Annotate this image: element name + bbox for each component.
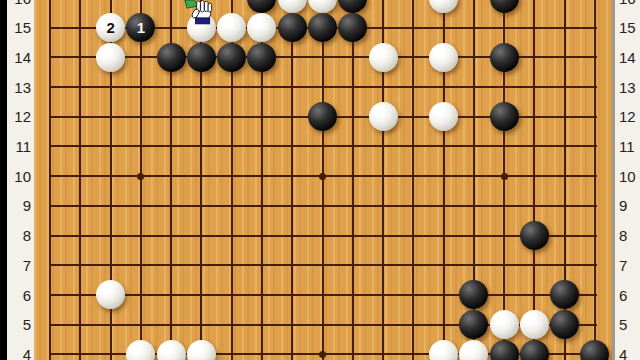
- row-label-right-13: 13: [615, 78, 640, 98]
- board-grid: 21: [35, 0, 610, 360]
- black-stone: [459, 310, 488, 339]
- star-point: [501, 173, 508, 180]
- black-stone: [490, 0, 519, 13]
- black-stone: [550, 310, 579, 339]
- white-stone: [459, 340, 488, 360]
- white-stone: [247, 13, 276, 42]
- row-label-left-6: 6: [7, 286, 34, 306]
- black-stone: [308, 13, 337, 42]
- black-stone: [580, 340, 609, 360]
- white-stone: [429, 0, 458, 13]
- window-left-border: [0, 0, 7, 360]
- black-stone: [187, 43, 216, 72]
- white-stone: [126, 340, 155, 360]
- move-2-stone: 2: [96, 13, 125, 42]
- white-stone: [308, 0, 337, 13]
- black-stone: [490, 43, 519, 72]
- white-stone: [429, 340, 458, 360]
- white-stone: [96, 280, 125, 309]
- go-board[interactable]: 21: [34, 0, 612, 360]
- white-stone: [217, 13, 246, 42]
- row-label-right-6: 6: [615, 286, 640, 306]
- row-label-right-4: 4: [615, 345, 640, 360]
- white-stone: [187, 13, 216, 42]
- star-point: [319, 351, 326, 358]
- row-label-right-16: 16: [615, 0, 640, 9]
- row-label-right-5: 5: [615, 315, 640, 335]
- black-stone: [157, 43, 186, 72]
- row-label-left-10: 10: [7, 167, 34, 187]
- row-label-left-5: 5: [7, 315, 34, 335]
- row-label-left-8: 8: [7, 226, 34, 246]
- black-stone: [520, 340, 549, 360]
- black-stone: [490, 102, 519, 131]
- row-label-right-8: 8: [615, 226, 640, 246]
- row-label-left-12: 12: [7, 107, 34, 127]
- white-stone: [369, 102, 398, 131]
- white-stone: [187, 340, 216, 360]
- row-label-left-11: 11: [7, 137, 34, 157]
- black-stone: [278, 13, 307, 42]
- white-stone: [429, 102, 458, 131]
- row-label-right-14: 14: [615, 48, 640, 68]
- white-stone: [490, 310, 519, 339]
- white-stone: [278, 0, 307, 13]
- black-stone: [308, 102, 337, 131]
- row-labels-left: 16151413121110987654: [7, 0, 34, 360]
- row-label-right-11: 11: [615, 137, 640, 157]
- white-stone: [96, 43, 125, 72]
- row-label-right-12: 12: [615, 107, 640, 127]
- black-stone: [459, 280, 488, 309]
- row-label-left-16: 16: [7, 0, 34, 9]
- black-stone: [490, 340, 519, 360]
- black-stone: [247, 43, 276, 72]
- row-label-right-7: 7: [615, 256, 640, 276]
- go-app-window: 21 16151413121110987654 1615141312111098…: [0, 0, 640, 360]
- black-stone: [338, 0, 367, 13]
- black-stone: [247, 0, 276, 13]
- white-stone: [157, 340, 186, 360]
- white-stone: [520, 310, 549, 339]
- row-label-left-4: 4: [7, 345, 34, 360]
- white-stone: [369, 43, 398, 72]
- row-label-left-15: 15: [7, 18, 34, 38]
- row-label-left-13: 13: [7, 78, 34, 98]
- star-point: [137, 173, 144, 180]
- row-label-right-9: 9: [615, 196, 640, 216]
- black-stone: [550, 280, 579, 309]
- row-label-left-7: 7: [7, 256, 34, 276]
- row-label-right-10: 10: [615, 167, 640, 187]
- row-labels-right: 16151413121110987654: [615, 0, 640, 360]
- black-stone: [217, 43, 246, 72]
- row-label-right-15: 15: [615, 18, 640, 38]
- black-stone: [520, 221, 549, 250]
- white-stone: [429, 43, 458, 72]
- row-label-left-14: 14: [7, 48, 34, 68]
- row-label-left-9: 9: [7, 196, 34, 216]
- star-point: [319, 173, 326, 180]
- black-stone: [338, 13, 367, 42]
- move-1-stone: 1: [126, 13, 155, 42]
